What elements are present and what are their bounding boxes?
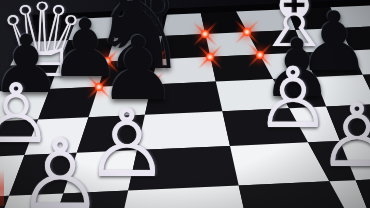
- chess-scene: ♚♗♞♟♕♟♟♟♟♙♙♙♙♙: [0, 0, 370, 208]
- white-pawn-g3[interactable]: ♙: [318, 102, 370, 171]
- red-light-leak: [0, 170, 4, 206]
- white-pawn-c2[interactable]: ♙: [16, 137, 104, 208]
